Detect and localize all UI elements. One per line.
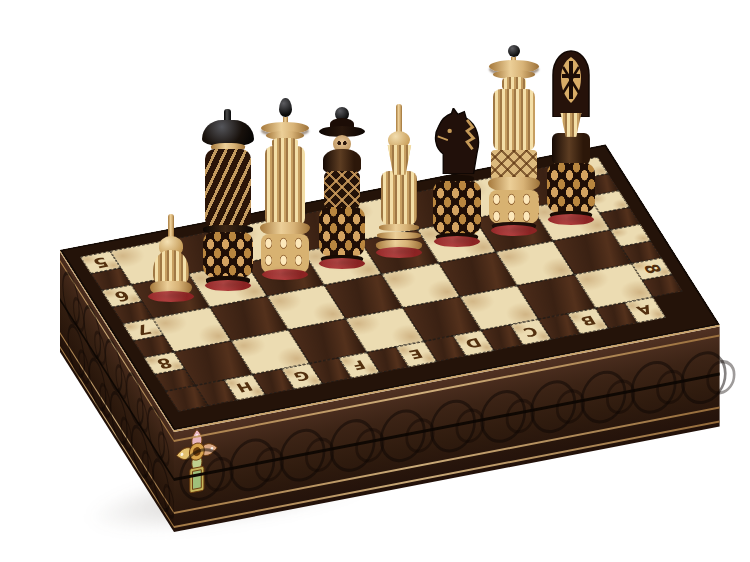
coord-number-label: 7 bbox=[132, 321, 154, 338]
piece-segment bbox=[547, 163, 595, 213]
piece-contact-shadow bbox=[369, 245, 429, 258]
piece-contact-shadow bbox=[255, 267, 315, 280]
piece-contact-shadow bbox=[427, 234, 487, 247]
piece-segment bbox=[205, 149, 251, 227]
piece-segment bbox=[265, 146, 305, 226]
piece-segment bbox=[429, 108, 485, 178]
piece-contact-shadow bbox=[312, 256, 372, 269]
piece-segment bbox=[491, 150, 537, 180]
piece-segment bbox=[489, 190, 539, 224]
coord-letter-label: G bbox=[291, 368, 313, 384]
coord-letter-label: B bbox=[577, 313, 598, 329]
coord-number-label: 6 bbox=[111, 288, 133, 305]
coord-letter-label: A bbox=[634, 302, 655, 318]
coord-number-label: 5 bbox=[89, 254, 111, 271]
piece-contact-shadow bbox=[541, 212, 601, 225]
piece-segment bbox=[508, 45, 520, 57]
coord-number-label: 8 bbox=[153, 355, 175, 372]
piece-segment bbox=[549, 49, 593, 121]
piece-segment bbox=[323, 149, 361, 173]
piece-segment bbox=[203, 232, 253, 278]
piece-segment bbox=[433, 181, 481, 235]
piece-contact-shadow bbox=[198, 278, 258, 291]
scene: 56788HGFEDCBA bbox=[0, 0, 750, 562]
coord-letter-label: D bbox=[462, 335, 484, 351]
piece-segment bbox=[377, 232, 421, 239]
piece-segment bbox=[319, 207, 365, 257]
piece-segment bbox=[379, 224, 419, 231]
piece-segment bbox=[493, 89, 535, 151]
piece-segment bbox=[552, 133, 590, 165]
coord-letter-label: E bbox=[406, 347, 426, 362]
coord-letter-label: H bbox=[233, 379, 255, 395]
knight-head bbox=[429, 108, 485, 174]
coord-number-label: 8 bbox=[638, 263, 665, 276]
coord-letter-label: F bbox=[349, 358, 369, 373]
piece-segment bbox=[381, 171, 417, 225]
piece-contact-shadow bbox=[484, 223, 544, 236]
piece-contact-shadow bbox=[141, 289, 201, 302]
piece-white-pawn-h6 bbox=[136, 214, 206, 302]
piece-segment bbox=[279, 98, 292, 117]
mitre-cross bbox=[549, 49, 593, 117]
coord-letter-label: C bbox=[520, 324, 541, 340]
piece-segment bbox=[396, 104, 402, 134]
piece-segment bbox=[324, 171, 360, 209]
